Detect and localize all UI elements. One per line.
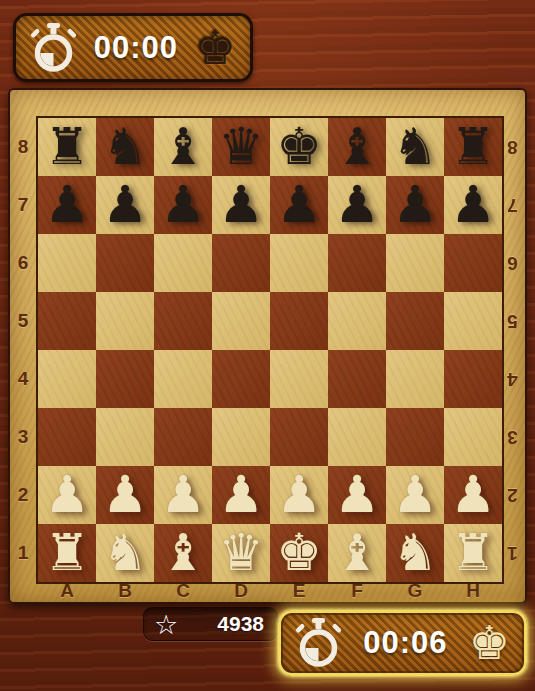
piece-black-queen[interactable]: ♛ — [218, 118, 264, 176]
piece-black-pawn[interactable]: ♟ — [218, 176, 264, 234]
square-a6[interactable] — [38, 234, 96, 292]
square-a3[interactable] — [38, 408, 96, 466]
rank-label-8: 8 — [10, 118, 36, 176]
piece-black-rook[interactable]: ♜ — [44, 118, 90, 176]
square-d5[interactable] — [212, 292, 270, 350]
square-g7[interactable]: ♟ — [386, 176, 444, 234]
chess-app-screen: { "game": "chess", "position": { "fen": … — [0, 0, 535, 691]
square-a4[interactable] — [38, 350, 96, 408]
rank-label-7: 7 — [500, 176, 525, 234]
piece-black-pawn[interactable]: ♟ — [276, 176, 322, 234]
piece-white-pawn[interactable]: ♟ — [450, 466, 496, 524]
square-g2[interactable]: ♟ — [386, 466, 444, 524]
black-king-icon: ♚ — [195, 25, 236, 71]
square-b3[interactable] — [96, 408, 154, 466]
piece-white-queen[interactable]: ♛ — [218, 524, 264, 582]
square-e5[interactable] — [270, 292, 328, 350]
square-g1[interactable]: ♞ — [386, 524, 444, 582]
square-c1[interactable]: ♝ — [154, 524, 212, 582]
square-a7[interactable]: ♟ — [38, 176, 96, 234]
square-d4[interactable] — [212, 350, 270, 408]
square-h5[interactable] — [444, 292, 502, 350]
stopwatch-icon — [295, 618, 342, 668]
rank-label-2: 2 — [10, 466, 36, 524]
piece-black-knight[interactable]: ♞ — [102, 118, 148, 176]
square-e4[interactable] — [270, 350, 328, 408]
rating-badge: ☆ 4938 — [143, 607, 278, 641]
rank-label-8: 8 — [500, 118, 525, 176]
square-c6[interactable] — [154, 234, 212, 292]
file-label-g: G — [386, 580, 444, 602]
piece-black-king[interactable]: ♚ — [276, 118, 322, 176]
piece-black-pawn[interactable]: ♟ — [450, 176, 496, 234]
square-h3[interactable] — [444, 408, 502, 466]
piece-white-bishop[interactable]: ♝ — [160, 524, 206, 582]
piece-black-pawn[interactable]: ♟ — [334, 176, 380, 234]
square-d6[interactable] — [212, 234, 270, 292]
square-b6[interactable] — [96, 234, 154, 292]
piece-white-pawn[interactable]: ♟ — [392, 466, 438, 524]
square-g4[interactable] — [386, 350, 444, 408]
piece-white-pawn[interactable]: ♟ — [44, 466, 90, 524]
file-label-b: B — [96, 580, 154, 602]
rank-labels-left: 87654321 — [10, 118, 36, 582]
white-clock: 00:06 ♚ — [278, 610, 527, 676]
square-d7[interactable]: ♟ — [212, 176, 270, 234]
square-c3[interactable] — [154, 408, 212, 466]
file-label-e: E — [270, 580, 328, 602]
black-clock: 00:00 ♚ — [13, 13, 253, 82]
square-c5[interactable] — [154, 292, 212, 350]
square-h1[interactable]: ♜ — [444, 524, 502, 582]
black-clock-time: 00:00 — [94, 30, 178, 66]
square-e3[interactable] — [270, 408, 328, 466]
square-h8[interactable]: ♜ — [444, 118, 502, 176]
rank-label-5: 5 — [500, 292, 525, 350]
squares-grid: ♜♞♝♛♚♝♞♜♟♟♟♟♟♟♟♟♟♟♟♟♟♟♟♟♜♞♝♛♚♝♞♜ — [36, 116, 504, 584]
rating-value: 4938 — [217, 612, 264, 636]
square-g5[interactable] — [386, 292, 444, 350]
square-g6[interactable] — [386, 234, 444, 292]
rank-label-4: 4 — [500, 350, 525, 408]
square-b5[interactable] — [96, 292, 154, 350]
square-h7[interactable]: ♟ — [444, 176, 502, 234]
rank-label-3: 3 — [500, 408, 525, 466]
square-d8[interactable]: ♛ — [212, 118, 270, 176]
white-clock-time: 00:06 — [363, 625, 447, 661]
square-e8[interactable]: ♚ — [270, 118, 328, 176]
piece-white-rook[interactable]: ♜ — [44, 524, 90, 582]
square-f2[interactable]: ♟ — [328, 466, 386, 524]
piece-white-knight[interactable]: ♞ — [102, 524, 148, 582]
square-c2[interactable]: ♟ — [154, 466, 212, 524]
square-f5[interactable] — [328, 292, 386, 350]
piece-white-pawn[interactable]: ♟ — [276, 466, 322, 524]
chess-board: ♜♞♝♛♚♝♞♜♟♟♟♟♟♟♟♟♟♟♟♟♟♟♟♟♜♞♝♛♚♝♞♜ 8765432… — [8, 88, 527, 604]
star-icon: ☆ — [154, 611, 178, 638]
file-labels-bottom: ABCDEFGH — [38, 580, 502, 602]
file-label-h: H — [444, 580, 502, 602]
piece-black-bishop[interactable]: ♝ — [160, 118, 206, 176]
white-king-icon: ♚ — [469, 620, 510, 666]
rank-label-1: 1 — [500, 524, 525, 582]
square-b8[interactable]: ♞ — [96, 118, 154, 176]
rank-label-2: 2 — [500, 466, 525, 524]
square-e6[interactable] — [270, 234, 328, 292]
square-c8[interactable]: ♝ — [154, 118, 212, 176]
square-e1[interactable]: ♚ — [270, 524, 328, 582]
square-h4[interactable] — [444, 350, 502, 408]
square-b2[interactable]: ♟ — [96, 466, 154, 524]
stopwatch-icon — [30, 23, 77, 73]
rank-label-6: 6 — [10, 234, 36, 292]
piece-black-rook[interactable]: ♜ — [450, 118, 496, 176]
square-c7[interactable]: ♟ — [154, 176, 212, 234]
file-label-f: F — [328, 580, 386, 602]
square-a1[interactable]: ♜ — [38, 524, 96, 582]
square-d3[interactable] — [212, 408, 270, 466]
piece-white-bishop[interactable]: ♝ — [334, 524, 380, 582]
square-c4[interactable] — [154, 350, 212, 408]
square-b7[interactable]: ♟ — [96, 176, 154, 234]
square-f8[interactable]: ♝ — [328, 118, 386, 176]
piece-white-pawn[interactable]: ♟ — [160, 466, 206, 524]
square-d2[interactable]: ♟ — [212, 466, 270, 524]
square-h6[interactable] — [444, 234, 502, 292]
file-label-d: D — [212, 580, 270, 602]
file-label-c: C — [154, 580, 212, 602]
square-b1[interactable]: ♞ — [96, 524, 154, 582]
piece-white-rook[interactable]: ♜ — [450, 524, 496, 582]
square-a5[interactable] — [38, 292, 96, 350]
piece-white-pawn[interactable]: ♟ — [218, 466, 264, 524]
rank-label-1: 1 — [10, 524, 36, 582]
file-label-a: A — [38, 580, 96, 602]
square-g8[interactable]: ♞ — [386, 118, 444, 176]
piece-black-pawn[interactable]: ♟ — [392, 176, 438, 234]
square-a8[interactable]: ♜ — [38, 118, 96, 176]
square-d1[interactable]: ♛ — [212, 524, 270, 582]
piece-black-pawn[interactable]: ♟ — [160, 176, 206, 234]
rank-label-7: 7 — [10, 176, 36, 234]
piece-white-king[interactable]: ♚ — [276, 524, 322, 582]
rank-labels-right: 87654321 — [500, 118, 525, 582]
piece-white-pawn[interactable]: ♟ — [334, 466, 380, 524]
piece-white-knight[interactable]: ♞ — [392, 524, 438, 582]
square-f7[interactable]: ♟ — [328, 176, 386, 234]
piece-black-pawn[interactable]: ♟ — [44, 176, 90, 234]
rank-label-4: 4 — [10, 350, 36, 408]
square-e7[interactable]: ♟ — [270, 176, 328, 234]
square-h2[interactable]: ♟ — [444, 466, 502, 524]
square-f1[interactable]: ♝ — [328, 524, 386, 582]
piece-black-bishop[interactable]: ♝ — [334, 118, 380, 176]
square-f4[interactable] — [328, 350, 386, 408]
square-f3[interactable] — [328, 408, 386, 466]
rank-label-3: 3 — [10, 408, 36, 466]
piece-black-knight[interactable]: ♞ — [392, 118, 438, 176]
square-a2[interactable]: ♟ — [38, 466, 96, 524]
square-g3[interactable] — [386, 408, 444, 466]
rank-label-5: 5 — [10, 292, 36, 350]
rank-label-6: 6 — [500, 234, 525, 292]
piece-black-pawn[interactable]: ♟ — [102, 176, 148, 234]
square-f6[interactable] — [328, 234, 386, 292]
square-e2[interactable]: ♟ — [270, 466, 328, 524]
piece-white-pawn[interactable]: ♟ — [102, 466, 148, 524]
square-b4[interactable] — [96, 350, 154, 408]
